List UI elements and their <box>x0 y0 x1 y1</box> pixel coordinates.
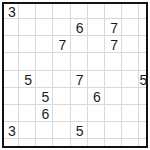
cell-r3c3[interactable] <box>36 36 53 53</box>
cell-r3c4: 7 <box>53 36 70 53</box>
clue-digit: 7 <box>76 73 84 87</box>
cell-r3c5[interactable] <box>71 36 88 53</box>
cell-r4c9[interactable] <box>139 53 145 70</box>
cell-r5c4[interactable] <box>53 71 70 88</box>
cell-r1c6[interactable] <box>88 4 105 19</box>
puzzle-board: 3677757556635 <box>2 2 148 148</box>
cell-r5c9: 5 <box>139 71 145 88</box>
cell-r7c6[interactable] <box>88 105 105 122</box>
cell-r9c2[interactable] <box>19 139 36 145</box>
cell-r1c3[interactable] <box>36 4 53 19</box>
cell-r6c6: 6 <box>88 88 105 105</box>
cell-r6c4[interactable] <box>53 88 70 105</box>
cell-r6c1[interactable] <box>4 88 19 105</box>
cell-r6c8[interactable] <box>122 88 139 105</box>
cell-r4c1[interactable] <box>4 53 19 70</box>
cell-r2c2[interactable] <box>19 19 36 36</box>
clue-digit: 5 <box>41 90 49 104</box>
clue-digit: 3 <box>8 124 16 138</box>
cell-r1c4[interactable] <box>53 4 70 19</box>
cell-r4c5[interactable] <box>71 53 88 70</box>
cell-r6c7[interactable] <box>105 88 122 105</box>
clue-digit: 5 <box>76 124 84 138</box>
cell-r6c9[interactable] <box>139 88 145 105</box>
cell-r2c1[interactable] <box>4 19 19 36</box>
cell-r1c9[interactable] <box>139 4 145 19</box>
clue-digit: 5 <box>140 73 148 87</box>
cell-r3c1[interactable] <box>4 36 19 53</box>
cell-r7c2[interactable] <box>19 105 36 122</box>
cell-r9c6[interactable] <box>88 139 105 145</box>
cell-r8c6[interactable] <box>88 122 105 139</box>
cell-r2c6[interactable] <box>88 19 105 36</box>
clue-digit: 6 <box>41 107 49 121</box>
cell-r9c3[interactable] <box>36 139 53 145</box>
cell-r1c2[interactable] <box>19 4 36 19</box>
cell-r2c3[interactable] <box>36 19 53 36</box>
clue-digit: 6 <box>93 90 101 104</box>
cell-r4c6[interactable] <box>88 53 105 70</box>
cell-r6c3: 5 <box>36 88 53 105</box>
cell-r2c7: 7 <box>105 19 122 36</box>
cell-r7c9[interactable] <box>139 105 145 122</box>
cell-r3c2[interactable] <box>19 36 36 53</box>
cell-r5c5: 7 <box>71 71 88 88</box>
cell-r9c4[interactable] <box>53 139 70 145</box>
cell-r1c8[interactable] <box>122 4 139 19</box>
cell-r6c2[interactable] <box>19 88 36 105</box>
cell-r4c2[interactable] <box>19 53 36 70</box>
cell-r3c7: 7 <box>105 36 122 53</box>
cell-r7c7[interactable] <box>105 105 122 122</box>
cell-r8c7[interactable] <box>105 122 122 139</box>
clue-digit: 7 <box>59 38 67 52</box>
cell-r8c9[interactable] <box>139 122 145 139</box>
cell-r2c5: 6 <box>71 19 88 36</box>
cell-r7c3: 6 <box>36 105 53 122</box>
cell-r7c5[interactable] <box>71 105 88 122</box>
cell-r8c3[interactable] <box>36 122 53 139</box>
cell-r1c1: 3 <box>4 4 19 19</box>
cell-r3c8[interactable] <box>122 36 139 53</box>
cell-r4c7[interactable] <box>105 53 122 70</box>
cell-r8c5: 5 <box>71 122 88 139</box>
cell-r8c2[interactable] <box>19 122 36 139</box>
clue-digit: 3 <box>8 5 16 19</box>
cell-r7c4[interactable] <box>53 105 70 122</box>
cell-r5c1[interactable] <box>4 71 19 88</box>
cell-r2c9[interactable] <box>139 19 145 36</box>
clue-digit: 6 <box>76 21 84 35</box>
cell-r2c4[interactable] <box>53 19 70 36</box>
cell-r9c1[interactable] <box>4 139 19 145</box>
cell-r5c2: 5 <box>19 71 36 88</box>
cell-r3c6[interactable] <box>88 36 105 53</box>
cell-r8c8[interactable] <box>122 122 139 139</box>
clue-digit: 7 <box>110 38 118 52</box>
cell-r5c8[interactable] <box>122 71 139 88</box>
cell-r6c5[interactable] <box>71 88 88 105</box>
cell-r9c8[interactable] <box>122 139 139 145</box>
cell-r4c4[interactable] <box>53 53 70 70</box>
cell-r1c7[interactable] <box>105 4 122 19</box>
cell-r9c5[interactable] <box>71 139 88 145</box>
cell-r4c3[interactable] <box>36 53 53 70</box>
cell-r5c6[interactable] <box>88 71 105 88</box>
cell-r5c7[interactable] <box>105 71 122 88</box>
cell-r3c9[interactable] <box>139 36 145 53</box>
cell-r7c8[interactable] <box>122 105 139 122</box>
cell-r1c5[interactable] <box>71 4 88 19</box>
cell-r9c9[interactable] <box>139 139 145 145</box>
cell-r8c1: 3 <box>4 122 19 139</box>
cell-r5c3[interactable] <box>36 71 53 88</box>
cell-r2c8[interactable] <box>122 19 139 36</box>
cell-r4c8[interactable] <box>122 53 139 70</box>
cell-r9c7[interactable] <box>105 139 122 145</box>
cell-r8c4[interactable] <box>53 122 70 139</box>
clue-digit: 7 <box>110 21 118 35</box>
clue-digit: 5 <box>24 73 32 87</box>
cell-r7c1[interactable] <box>4 105 19 122</box>
